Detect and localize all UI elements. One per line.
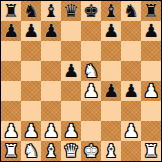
square-f1[interactable]: ♝ <box>101 141 121 161</box>
square-h4[interactable]: ♟ <box>141 81 161 101</box>
square-e4[interactable]: ♟ <box>81 81 101 101</box>
square-e3[interactable] <box>81 101 101 121</box>
piece-white-pawn[interactable]: ♟ <box>123 121 139 141</box>
square-d2[interactable]: ♟ <box>61 121 81 141</box>
square-f7[interactable]: ♟ <box>101 21 121 41</box>
square-h1[interactable]: ♜ <box>141 141 161 161</box>
square-c2[interactable]: ♟ <box>41 121 61 141</box>
piece-black-pawn[interactable]: ♟ <box>63 61 79 81</box>
piece-black-pawn[interactable]: ♟ <box>143 21 159 41</box>
square-g1[interactable] <box>121 141 141 161</box>
square-b2[interactable]: ♟ <box>21 121 41 141</box>
piece-black-pawn[interactable]: ♟ <box>103 81 119 101</box>
square-a6[interactable] <box>1 41 21 61</box>
square-a1[interactable]: ♜ <box>1 141 21 161</box>
square-b3[interactable] <box>21 101 41 121</box>
square-b8[interactable]: ♞ <box>21 1 41 21</box>
square-h7[interactable]: ♟ <box>141 21 161 41</box>
square-c8[interactable]: ♝ <box>41 1 61 21</box>
piece-black-pawn[interactable]: ♟ <box>3 21 19 41</box>
square-g5[interactable] <box>121 61 141 81</box>
square-f8[interactable]: ♝ <box>101 1 121 21</box>
square-a5[interactable] <box>1 61 21 81</box>
square-d8[interactable]: ♛ <box>61 1 81 21</box>
square-b4[interactable] <box>21 81 41 101</box>
piece-black-knight[interactable]: ♞ <box>123 1 139 21</box>
piece-black-rook[interactable]: ♜ <box>3 1 19 21</box>
piece-white-pawn[interactable]: ♟ <box>3 121 19 141</box>
square-f5[interactable] <box>101 61 121 81</box>
square-a4[interactable] <box>1 81 21 101</box>
piece-black-rook[interactable]: ♜ <box>143 1 159 21</box>
square-e7[interactable] <box>81 21 101 41</box>
piece-black-bishop[interactable]: ♝ <box>103 1 119 21</box>
square-a8[interactable]: ♜ <box>1 1 21 21</box>
square-e2[interactable] <box>81 121 101 141</box>
piece-black-pawn[interactable]: ♟ <box>123 81 139 101</box>
square-c4[interactable] <box>41 81 61 101</box>
board-border: ♜♞♝♛♚♝♞♜♟♟♟♟♟♟♞♟♟♟♟♟♟♟♟♟♜♞♝♛♚♝♜ <box>0 0 162 162</box>
square-d3[interactable] <box>61 101 81 121</box>
chess-board: ♜♞♝♛♚♝♞♜♟♟♟♟♟♟♞♟♟♟♟♟♟♟♟♟♜♞♝♛♚♝♜ <box>1 1 161 161</box>
square-f3[interactable] <box>101 101 121 121</box>
square-h5[interactable] <box>141 61 161 81</box>
square-f2[interactable] <box>101 121 121 141</box>
square-e1[interactable]: ♚ <box>81 141 101 161</box>
square-c5[interactable] <box>41 61 61 81</box>
square-c3[interactable] <box>41 101 61 121</box>
piece-white-pawn[interactable]: ♟ <box>83 81 99 101</box>
piece-black-pawn[interactable]: ♟ <box>23 21 39 41</box>
piece-white-rook[interactable]: ♜ <box>3 141 19 161</box>
square-f4[interactable]: ♟ <box>101 81 121 101</box>
square-c7[interactable]: ♟ <box>41 21 61 41</box>
piece-white-pawn[interactable]: ♟ <box>23 121 39 141</box>
square-a7[interactable]: ♟ <box>1 21 21 41</box>
square-a2[interactable]: ♟ <box>1 121 21 141</box>
piece-white-queen[interactable]: ♛ <box>63 141 79 161</box>
square-h8[interactable]: ♜ <box>141 1 161 21</box>
square-c1[interactable]: ♝ <box>41 141 61 161</box>
piece-black-bishop[interactable]: ♝ <box>43 1 59 21</box>
square-b5[interactable] <box>21 61 41 81</box>
piece-white-rook[interactable]: ♜ <box>143 141 159 161</box>
square-h2[interactable] <box>141 121 161 141</box>
piece-black-knight[interactable]: ♞ <box>23 1 39 21</box>
piece-white-knight[interactable]: ♞ <box>23 141 39 161</box>
square-h3[interactable] <box>141 101 161 121</box>
square-h6[interactable] <box>141 41 161 61</box>
piece-white-pawn[interactable]: ♟ <box>143 81 159 101</box>
piece-white-knight[interactable]: ♞ <box>83 61 99 81</box>
piece-white-king[interactable]: ♚ <box>83 141 99 161</box>
square-g8[interactable]: ♞ <box>121 1 141 21</box>
square-e5[interactable]: ♞ <box>81 61 101 81</box>
square-c6[interactable] <box>41 41 61 61</box>
square-g2[interactable]: ♟ <box>121 121 141 141</box>
piece-white-bishop[interactable]: ♝ <box>43 141 59 161</box>
square-a3[interactable] <box>1 101 21 121</box>
square-e6[interactable] <box>81 41 101 61</box>
piece-white-pawn[interactable]: ♟ <box>63 121 79 141</box>
square-d4[interactable] <box>61 81 81 101</box>
square-b1[interactable]: ♞ <box>21 141 41 161</box>
piece-white-bishop[interactable]: ♝ <box>103 141 119 161</box>
square-d7[interactable] <box>61 21 81 41</box>
square-g3[interactable] <box>121 101 141 121</box>
square-d6[interactable] <box>61 41 81 61</box>
piece-black-queen[interactable]: ♛ <box>63 1 79 21</box>
square-g7[interactable] <box>121 21 141 41</box>
piece-white-pawn[interactable]: ♟ <box>43 121 59 141</box>
square-d5[interactable]: ♟ <box>61 61 81 81</box>
piece-black-pawn[interactable]: ♟ <box>43 21 59 41</box>
square-g4[interactable]: ♟ <box>121 81 141 101</box>
square-e8[interactable]: ♚ <box>81 1 101 21</box>
square-g6[interactable] <box>121 41 141 61</box>
square-b7[interactable]: ♟ <box>21 21 41 41</box>
piece-black-pawn[interactable]: ♟ <box>103 21 119 41</box>
square-f6[interactable] <box>101 41 121 61</box>
square-b6[interactable] <box>21 41 41 61</box>
square-d1[interactable]: ♛ <box>61 141 81 161</box>
piece-black-king[interactable]: ♚ <box>83 1 99 21</box>
